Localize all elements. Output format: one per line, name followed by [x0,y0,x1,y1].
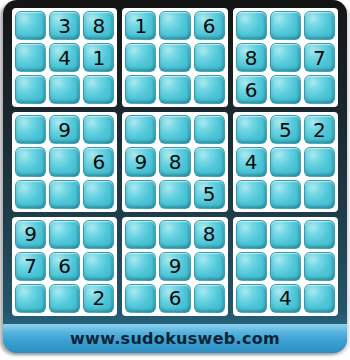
cell-r9c9[interactable] [304,284,335,313]
given-digit: 5 [203,184,216,204]
cell-r3c4[interactable] [125,75,156,104]
box-2: 16 [122,8,227,107]
given-digit: 8 [245,48,258,68]
cell-r2c4[interactable] [125,43,156,72]
cell-r4c9[interactable]: 2 [304,115,335,144]
sudoku-page: 3841168769698552497628964 www.sudokusweb… [0,0,350,360]
cell-r6c4[interactable] [125,180,156,209]
cell-r6c9[interactable] [304,180,335,209]
cell-r4c1[interactable] [15,115,46,144]
cell-r4c6[interactable] [194,115,225,144]
given-digit: 9 [24,224,37,244]
cell-r3c8[interactable] [270,75,301,104]
given-digit: 6 [169,288,182,308]
cell-r3c6[interactable] [194,75,225,104]
cell-r5c2[interactable] [49,147,80,176]
cell-r5c7[interactable]: 4 [236,147,267,176]
cell-r2c3[interactable]: 1 [83,43,114,72]
cell-r3c9[interactable] [304,75,335,104]
cell-r7c1[interactable]: 9 [15,220,46,249]
given-digit: 6 [203,16,216,36]
cell-r3c7[interactable]: 6 [236,75,267,104]
cell-r1c7[interactable] [236,11,267,40]
given-digit: 8 [203,224,216,244]
cell-r1c3[interactable]: 8 [83,11,114,40]
given-digit: 3 [58,16,71,36]
cell-r2c6[interactable] [194,43,225,72]
cell-r1c6[interactable]: 6 [194,11,225,40]
cell-r8c1[interactable]: 7 [15,252,46,281]
cell-r2c2[interactable]: 4 [49,43,80,72]
cell-r1c8[interactable] [270,11,301,40]
box-3: 876 [233,8,338,107]
cell-r3c3[interactable] [83,75,114,104]
cell-r5c5[interactable]: 8 [159,147,190,176]
given-digit: 1 [92,48,105,68]
cell-r7c6[interactable]: 8 [194,220,225,249]
cell-r9c2[interactable] [49,284,80,313]
cell-r1c2[interactable]: 3 [49,11,80,40]
cell-r8c8[interactable] [270,252,301,281]
given-digit: 4 [279,288,292,308]
footer-bar: www.sudokusweb.com [3,324,347,353]
box-9: 4 [233,217,338,316]
cell-r1c1[interactable] [15,11,46,40]
cell-r7c7[interactable] [236,220,267,249]
cell-r4c4[interactable] [125,115,156,144]
cell-r8c4[interactable] [125,252,156,281]
cell-r7c4[interactable] [125,220,156,249]
given-digit: 2 [92,288,105,308]
cell-r7c2[interactable] [49,220,80,249]
given-digit: 6 [245,80,258,100]
box-6: 524 [233,112,338,211]
cell-r1c5[interactable] [159,11,190,40]
cell-r4c8[interactable]: 5 [270,115,301,144]
cell-r8c7[interactable] [236,252,267,281]
cell-r6c3[interactable] [83,180,114,209]
cell-r5c9[interactable] [304,147,335,176]
given-digit: 6 [58,256,71,276]
cell-r8c6[interactable] [194,252,225,281]
cell-r2c1[interactable] [15,43,46,72]
given-digit: 4 [245,152,258,172]
cell-r6c7[interactable] [236,180,267,209]
cell-r1c4[interactable]: 1 [125,11,156,40]
cell-r7c8[interactable] [270,220,301,249]
cell-r9c5[interactable]: 6 [159,284,190,313]
cell-r3c2[interactable] [49,75,80,104]
given-digit: 9 [169,256,182,276]
given-digit: 1 [135,16,148,36]
cell-r6c6[interactable]: 5 [194,180,225,209]
cell-r3c5[interactable] [159,75,190,104]
given-digit: 9 [58,120,71,140]
cell-r9c6[interactable] [194,284,225,313]
cell-r4c3[interactable] [83,115,114,144]
cell-r2c5[interactable] [159,43,190,72]
given-digit: 5 [279,120,292,140]
box-5: 985 [122,112,227,211]
cell-r7c5[interactable] [159,220,190,249]
given-digit: 8 [92,16,105,36]
sudoku-grid: 3841168769698552497628964 [12,8,338,316]
given-digit: 9 [135,152,148,172]
cell-r1c9[interactable] [304,11,335,40]
cell-r8c9[interactable] [304,252,335,281]
cell-r8c5[interactable]: 9 [159,252,190,281]
given-digit: 6 [92,152,105,172]
given-digit: 7 [313,48,326,68]
cell-r5c4[interactable]: 9 [125,147,156,176]
website-link[interactable]: www.sudokusweb.com [70,329,280,348]
sudoku-board: 3841168769698552497628964 www.sudokusweb… [3,0,347,353]
cell-r2c8[interactable] [270,43,301,72]
cell-r7c9[interactable] [304,220,335,249]
cell-r3c1[interactable] [15,75,46,104]
cell-r8c3[interactable] [83,252,114,281]
cell-r4c5[interactable] [159,115,190,144]
cell-r7c3[interactable] [83,220,114,249]
box-8: 896 [122,217,227,316]
cell-r9c1[interactable] [15,284,46,313]
given-digit: 8 [169,152,182,172]
given-digit: 2 [313,120,326,140]
cell-r9c8[interactable]: 4 [270,284,301,313]
cell-r5c3[interactable]: 6 [83,147,114,176]
box-4: 96 [12,112,117,211]
cell-r9c3[interactable]: 2 [83,284,114,313]
box-7: 9762 [12,217,117,316]
cell-r2c9[interactable]: 7 [304,43,335,72]
cell-r6c5[interactable] [159,180,190,209]
cell-r5c1[interactable] [15,147,46,176]
given-digit: 4 [58,48,71,68]
cell-r8c2[interactable]: 6 [49,252,80,281]
cell-r9c7[interactable] [236,284,267,313]
cell-r5c8[interactable] [270,147,301,176]
box-1: 3841 [12,8,117,107]
cell-r6c1[interactable] [15,180,46,209]
cell-r9c4[interactable] [125,284,156,313]
cell-r6c2[interactable] [49,180,80,209]
cell-r4c7[interactable] [236,115,267,144]
given-digit: 7 [24,256,37,276]
cell-r5c6[interactable] [194,147,225,176]
cell-r4c2[interactable]: 9 [49,115,80,144]
cell-r2c7[interactable]: 8 [236,43,267,72]
cell-r6c8[interactable] [270,180,301,209]
